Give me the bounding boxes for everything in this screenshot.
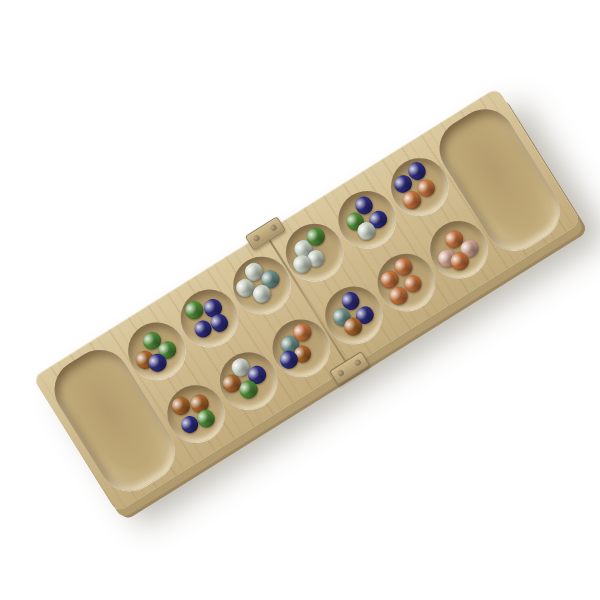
mancala-board [32, 87, 582, 513]
stone-amber [169, 394, 193, 418]
stone-green [182, 298, 206, 322]
photo-scene [0, 0, 600, 600]
